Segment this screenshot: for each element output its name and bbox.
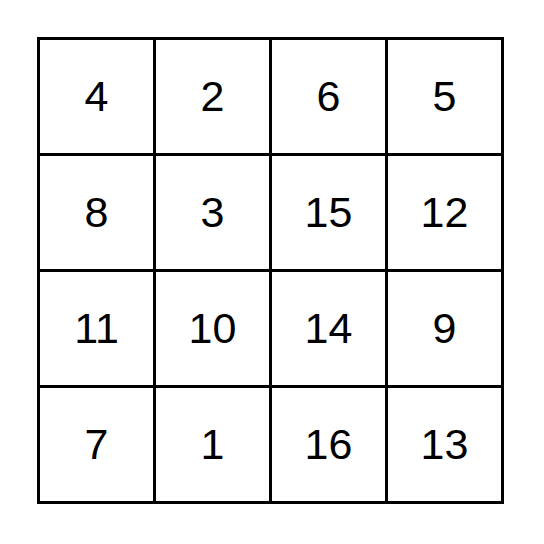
tile-r3c0[interactable]: 7 — [40, 388, 153, 501]
tile-r3c3[interactable]: 13 — [388, 388, 501, 501]
tile-r2c1[interactable]: 10 — [156, 272, 269, 385]
puzzle-board: 4 2 6 5 8 3 15 12 11 10 14 9 7 1 16 13 — [37, 37, 504, 504]
tile-r0c0[interactable]: 4 — [40, 40, 153, 153]
tile-r2c2[interactable]: 14 — [272, 272, 385, 385]
tile-r3c2[interactable]: 16 — [272, 388, 385, 501]
tile-r1c1[interactable]: 3 — [156, 156, 269, 269]
tile-r1c3[interactable]: 12 — [388, 156, 501, 269]
tile-r0c2[interactable]: 6 — [272, 40, 385, 153]
number-grid: 4 2 6 5 8 3 15 12 11 10 14 9 7 1 16 13 — [37, 37, 504, 504]
tile-r0c3[interactable]: 5 — [388, 40, 501, 153]
tile-r1c0[interactable]: 8 — [40, 156, 153, 269]
tile-r2c0[interactable]: 11 — [40, 272, 153, 385]
tile-r0c1[interactable]: 2 — [156, 40, 269, 153]
tile-r1c2[interactable]: 15 — [272, 156, 385, 269]
tile-r3c1[interactable]: 1 — [156, 388, 269, 501]
tile-r2c3[interactable]: 9 — [388, 272, 501, 385]
